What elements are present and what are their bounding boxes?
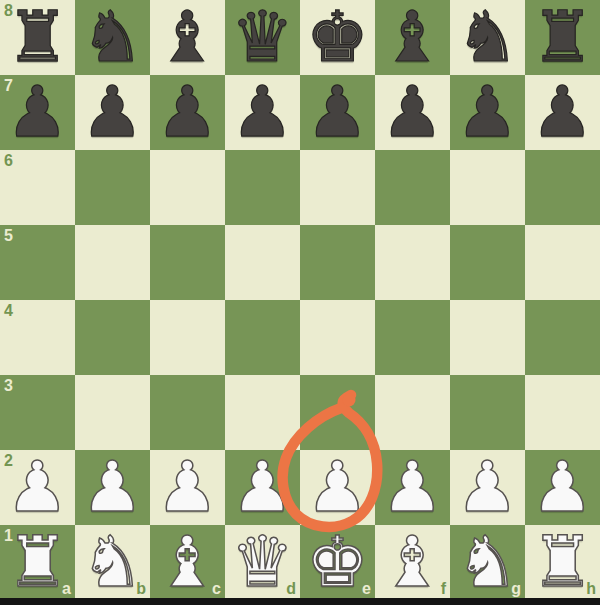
piece-black-pawn-d7[interactable]: ♟: [225, 75, 300, 150]
piece-white-pawn-f2[interactable]: ♟: [375, 450, 450, 525]
square-b5[interactable]: [75, 225, 150, 300]
square-d1[interactable]: d♛: [225, 525, 300, 600]
square-c1[interactable]: c♝: [150, 525, 225, 600]
piece-white-rook-a1[interactable]: ♜: [0, 525, 75, 600]
rank-label-6: 6: [4, 153, 13, 169]
piece-black-pawn-c7[interactable]: ♟: [150, 75, 225, 150]
piece-white-pawn-h2[interactable]: ♟: [525, 450, 600, 525]
square-a4[interactable]: 4: [0, 300, 75, 375]
square-a2[interactable]: 2♟: [0, 450, 75, 525]
square-a7[interactable]: 7♟: [0, 75, 75, 150]
piece-white-pawn-b2[interactable]: ♟: [75, 450, 150, 525]
square-d4[interactable]: [225, 300, 300, 375]
piece-white-pawn-d2[interactable]: ♟: [225, 450, 300, 525]
square-h6[interactable]: [525, 150, 600, 225]
square-c4[interactable]: [150, 300, 225, 375]
square-c5[interactable]: [150, 225, 225, 300]
piece-black-bishop-c8[interactable]: ♝: [150, 0, 225, 75]
piece-white-pawn-c2[interactable]: ♟: [150, 450, 225, 525]
square-d5[interactable]: [225, 225, 300, 300]
square-h7[interactable]: ♟: [525, 75, 600, 150]
square-d8[interactable]: ♛: [225, 0, 300, 75]
piece-black-queen-d8[interactable]: ♛: [225, 0, 300, 75]
rank-label-4: 4: [4, 303, 13, 319]
square-a5[interactable]: 5: [0, 225, 75, 300]
square-g4[interactable]: [450, 300, 525, 375]
square-c6[interactable]: [150, 150, 225, 225]
square-a6[interactable]: 6: [0, 150, 75, 225]
square-b6[interactable]: [75, 150, 150, 225]
piece-white-king-e1[interactable]: ♚: [300, 525, 375, 600]
square-f5[interactable]: [375, 225, 450, 300]
square-c2[interactable]: ♟: [150, 450, 225, 525]
piece-white-knight-b1[interactable]: ♞: [75, 525, 150, 600]
piece-black-king-e8[interactable]: ♚: [300, 0, 375, 75]
square-h1[interactable]: h♜: [525, 525, 600, 600]
piece-black-pawn-e7[interactable]: ♟: [300, 75, 375, 150]
piece-white-queen-d1[interactable]: ♛: [225, 525, 300, 600]
piece-black-pawn-b7[interactable]: ♟: [75, 75, 150, 150]
chess-board[interactable]: 8♜♞♝♛♚♝♞♜7♟♟♟♟♟♟♟♟65432♟♟♟♟♟♟♟♟1a♜b♞c♝d♛…: [0, 0, 600, 600]
square-d6[interactable]: [225, 150, 300, 225]
piece-black-rook-h8[interactable]: ♜: [525, 0, 600, 75]
rank-label-5: 5: [4, 228, 13, 244]
square-e4[interactable]: [300, 300, 375, 375]
square-f6[interactable]: [375, 150, 450, 225]
square-a3[interactable]: 3: [0, 375, 75, 450]
square-f8[interactable]: ♝: [375, 0, 450, 75]
piece-white-bishop-f1[interactable]: ♝: [375, 525, 450, 600]
rank-label-3: 3: [4, 378, 13, 394]
square-e8[interactable]: ♚: [300, 0, 375, 75]
square-d7[interactable]: ♟: [225, 75, 300, 150]
square-g8[interactable]: ♞: [450, 0, 525, 75]
square-g6[interactable]: [450, 150, 525, 225]
piece-black-bishop-f8[interactable]: ♝: [375, 0, 450, 75]
piece-white-knight-g1[interactable]: ♞: [450, 525, 525, 600]
square-c3[interactable]: [150, 375, 225, 450]
square-f3[interactable]: [375, 375, 450, 450]
piece-black-pawn-f7[interactable]: ♟: [375, 75, 450, 150]
square-h4[interactable]: [525, 300, 600, 375]
square-f4[interactable]: [375, 300, 450, 375]
square-h8[interactable]: ♜: [525, 0, 600, 75]
chess-app-screen: 8♜♞♝♛♚♝♞♜7♟♟♟♟♟♟♟♟65432♟♟♟♟♟♟♟♟1a♜b♞c♝d♛…: [0, 0, 600, 605]
piece-black-rook-a8[interactable]: ♜: [0, 0, 75, 75]
square-e3[interactable]: [300, 375, 375, 450]
square-b7[interactable]: ♟: [75, 75, 150, 150]
piece-black-pawn-g7[interactable]: ♟: [450, 75, 525, 150]
square-a8[interactable]: 8♜: [0, 0, 75, 75]
square-e7[interactable]: ♟: [300, 75, 375, 150]
piece-white-bishop-c1[interactable]: ♝: [150, 525, 225, 600]
square-b3[interactable]: [75, 375, 150, 450]
square-d3[interactable]: [225, 375, 300, 450]
square-g3[interactable]: [450, 375, 525, 450]
piece-black-knight-g8[interactable]: ♞: [450, 0, 525, 75]
square-f1[interactable]: f♝: [375, 525, 450, 600]
square-e5[interactable]: [300, 225, 375, 300]
square-d2[interactable]: ♟: [225, 450, 300, 525]
square-b8[interactable]: ♞: [75, 0, 150, 75]
system-nav-bar: [0, 598, 600, 605]
piece-black-pawn-a7[interactable]: ♟: [0, 75, 75, 150]
square-e6[interactable]: [300, 150, 375, 225]
piece-white-pawn-a2[interactable]: ♟: [0, 450, 75, 525]
square-e1[interactable]: e♚: [300, 525, 375, 600]
piece-white-pawn-g2[interactable]: ♟: [450, 450, 525, 525]
square-b4[interactable]: [75, 300, 150, 375]
square-h3[interactable]: [525, 375, 600, 450]
square-h5[interactable]: [525, 225, 600, 300]
square-c7[interactable]: ♟: [150, 75, 225, 150]
square-g5[interactable]: [450, 225, 525, 300]
square-b2[interactable]: ♟: [75, 450, 150, 525]
square-f2[interactable]: ♟: [375, 450, 450, 525]
square-g2[interactable]: ♟: [450, 450, 525, 525]
square-e2[interactable]: ♟: [300, 450, 375, 525]
piece-white-rook-h1[interactable]: ♜: [525, 525, 600, 600]
piece-black-pawn-h7[interactable]: ♟: [525, 75, 600, 150]
piece-white-pawn-e2[interactable]: ♟: [300, 450, 375, 525]
square-b1[interactable]: b♞: [75, 525, 150, 600]
square-f7[interactable]: ♟: [375, 75, 450, 150]
square-g7[interactable]: ♟: [450, 75, 525, 150]
square-a1[interactable]: 1a♜: [0, 525, 75, 600]
square-g1[interactable]: g♞: [450, 525, 525, 600]
square-h2[interactable]: ♟: [525, 450, 600, 525]
square-c8[interactable]: ♝: [150, 0, 225, 75]
piece-black-knight-b8[interactable]: ♞: [75, 0, 150, 75]
